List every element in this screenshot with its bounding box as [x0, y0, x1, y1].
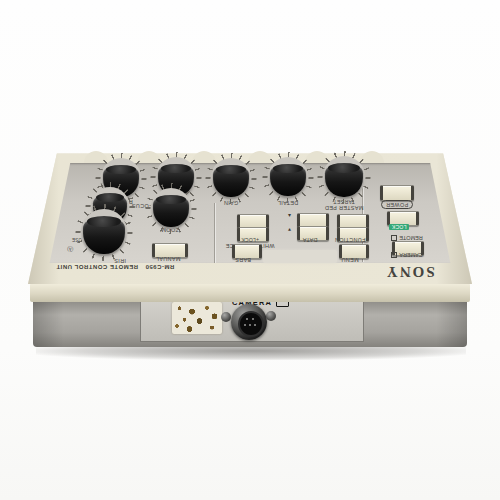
knob-cap — [325, 164, 363, 197]
sony-logo: SONY — [385, 263, 435, 280]
knob-detail[interactable] — [270, 164, 306, 196]
power-button[interactable] — [380, 185, 414, 201]
screw-right — [266, 311, 276, 321]
camera-indicator-icon — [391, 252, 397, 258]
camera-label: CAMERA — [399, 252, 423, 258]
knob-master-ped[interactable] — [325, 163, 363, 197]
function-label: FUNCTION — [320, 237, 380, 243]
model-number: RM-C950 — [145, 264, 174, 270]
camera-din-socket — [238, 311, 264, 337]
panel-divider-left — [214, 203, 215, 263]
bars-label: BARS — [213, 257, 273, 263]
camera-label-row: CAMERA — [377, 252, 437, 258]
data-up-icon: ▲ — [287, 213, 292, 219]
data-down-icon: ▼ — [287, 227, 292, 233]
cast-shadow — [36, 346, 466, 360]
dirt-sticker — [172, 302, 222, 334]
knob-zoom[interactable] — [153, 195, 189, 227]
photo-stage: CAMERA RM-C950 REMOTE CONTROL UNIT SONY … — [0, 0, 500, 500]
power-label: POWER — [367, 200, 427, 209]
knob-gain[interactable] — [213, 165, 249, 197]
screw-left — [221, 312, 231, 322]
model-name: REMOTE CONTROL UNIT — [56, 264, 138, 270]
model-text: RM-C950 REMOTE CONTROL UNIT — [56, 264, 174, 270]
body-front-wall — [30, 283, 470, 302]
knob-iris[interactable] — [83, 217, 125, 254]
lock-label: LOCK — [369, 224, 429, 230]
menu-label: MENU — [320, 257, 380, 263]
